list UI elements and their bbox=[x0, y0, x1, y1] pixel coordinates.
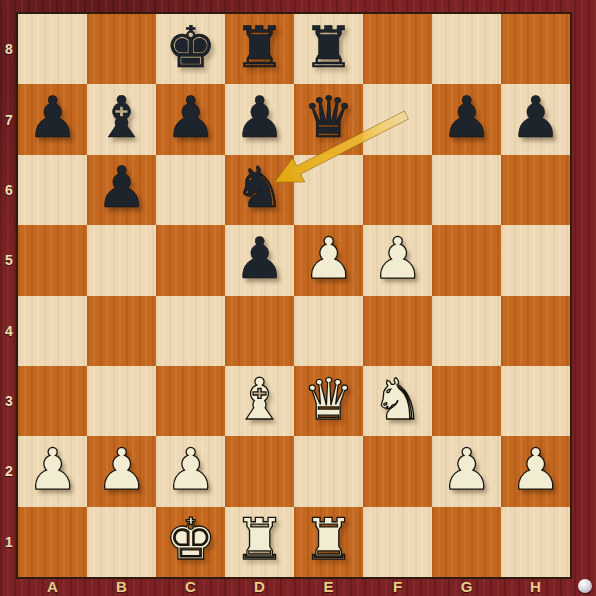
black-pawn[interactable]: ♟ bbox=[510, 89, 561, 146]
file-label-g: G bbox=[432, 577, 501, 596]
square-c4[interactable] bbox=[156, 296, 225, 366]
square-a2[interactable]: ♟ bbox=[18, 436, 87, 506]
square-g6[interactable] bbox=[432, 155, 501, 225]
square-g3[interactable] bbox=[432, 366, 501, 436]
white-pawn[interactable]: ♟ bbox=[165, 441, 216, 498]
square-b8[interactable] bbox=[87, 14, 156, 84]
square-f5[interactable]: ♟ bbox=[363, 225, 432, 295]
rank-label-3: 3 bbox=[0, 366, 18, 436]
black-bishop[interactable]: ♝ bbox=[96, 89, 147, 146]
square-a1[interactable] bbox=[18, 507, 87, 577]
square-f2[interactable] bbox=[363, 436, 432, 506]
square-c2[interactable]: ♟ bbox=[156, 436, 225, 506]
square-f8[interactable] bbox=[363, 14, 432, 84]
square-d1[interactable]: ♜ bbox=[225, 507, 294, 577]
square-c5[interactable] bbox=[156, 225, 225, 295]
square-e1[interactable]: ♜ bbox=[294, 507, 363, 577]
square-c7[interactable]: ♟ bbox=[156, 84, 225, 154]
white-bishop[interactable]: ♝ bbox=[234, 371, 285, 428]
square-e6[interactable] bbox=[294, 155, 363, 225]
square-d3[interactable]: ♝ bbox=[225, 366, 294, 436]
square-b6[interactable]: ♟ bbox=[87, 155, 156, 225]
rank-label-2: 2 bbox=[0, 436, 18, 506]
black-pawn[interactable]: ♟ bbox=[27, 89, 78, 146]
white-pawn[interactable]: ♟ bbox=[510, 441, 561, 498]
black-pawn[interactable]: ♟ bbox=[441, 89, 492, 146]
square-f7[interactable] bbox=[363, 84, 432, 154]
rank-label-8: 8 bbox=[0, 14, 18, 84]
square-g1[interactable] bbox=[432, 507, 501, 577]
black-rook[interactable]: ♜ bbox=[303, 19, 354, 76]
square-a8[interactable] bbox=[18, 14, 87, 84]
square-e7[interactable]: ♛ bbox=[294, 84, 363, 154]
file-label-b: B bbox=[87, 577, 156, 596]
square-f1[interactable] bbox=[363, 507, 432, 577]
square-h3[interactable] bbox=[501, 366, 570, 436]
square-c8[interactable]: ♚ bbox=[156, 14, 225, 84]
square-g8[interactable] bbox=[432, 14, 501, 84]
square-c3[interactable] bbox=[156, 366, 225, 436]
square-h1[interactable] bbox=[501, 507, 570, 577]
rank-labels: 87654321 bbox=[0, 14, 18, 577]
square-b5[interactable] bbox=[87, 225, 156, 295]
square-c1[interactable]: ♚ bbox=[156, 507, 225, 577]
square-d2[interactable] bbox=[225, 436, 294, 506]
file-label-c: C bbox=[156, 577, 225, 596]
square-a4[interactable] bbox=[18, 296, 87, 366]
square-c6[interactable] bbox=[156, 155, 225, 225]
square-g4[interactable] bbox=[432, 296, 501, 366]
square-a6[interactable] bbox=[18, 155, 87, 225]
square-a3[interactable] bbox=[18, 366, 87, 436]
square-h2[interactable]: ♟ bbox=[501, 436, 570, 506]
square-b3[interactable] bbox=[87, 366, 156, 436]
square-b4[interactable] bbox=[87, 296, 156, 366]
side-to-move-indicator bbox=[578, 579, 592, 593]
white-pawn[interactable]: ♟ bbox=[441, 441, 492, 498]
square-b7[interactable]: ♝ bbox=[87, 84, 156, 154]
file-label-e: E bbox=[294, 577, 363, 596]
file-label-h: H bbox=[501, 577, 570, 596]
white-pawn[interactable]: ♟ bbox=[303, 230, 354, 287]
square-h5[interactable] bbox=[501, 225, 570, 295]
square-g2[interactable]: ♟ bbox=[432, 436, 501, 506]
square-d6[interactable]: ♞ bbox=[225, 155, 294, 225]
square-e5[interactable]: ♟ bbox=[294, 225, 363, 295]
file-labels: ABCDEFGH bbox=[18, 577, 570, 596]
rank-label-7: 7 bbox=[0, 84, 18, 154]
chess-diagram: 87654321 ♚♜♜♟♝♟♟♛♟♟♟♞♟♟♟♝♛♞♟♟♟♟♟♚♜♜ ABCD… bbox=[0, 0, 596, 596]
black-knight[interactable]: ♞ bbox=[234, 159, 285, 216]
rank-label-5: 5 bbox=[0, 225, 18, 295]
square-e2[interactable] bbox=[294, 436, 363, 506]
square-d7[interactable]: ♟ bbox=[225, 84, 294, 154]
square-h7[interactable]: ♟ bbox=[501, 84, 570, 154]
square-d8[interactable]: ♜ bbox=[225, 14, 294, 84]
black-pawn[interactable]: ♟ bbox=[234, 230, 285, 287]
black-rook[interactable]: ♜ bbox=[234, 19, 285, 76]
square-h6[interactable] bbox=[501, 155, 570, 225]
rank-label-1: 1 bbox=[0, 507, 18, 577]
white-knight[interactable]: ♞ bbox=[372, 371, 423, 428]
black-pawn[interactable]: ♟ bbox=[96, 159, 147, 216]
square-b2[interactable]: ♟ bbox=[87, 436, 156, 506]
white-pawn[interactable]: ♟ bbox=[27, 441, 78, 498]
square-f6[interactable] bbox=[363, 155, 432, 225]
square-a7[interactable]: ♟ bbox=[18, 84, 87, 154]
file-label-f: F bbox=[363, 577, 432, 596]
square-f4[interactable] bbox=[363, 296, 432, 366]
black-pawn[interactable]: ♟ bbox=[165, 89, 216, 146]
square-b1[interactable] bbox=[87, 507, 156, 577]
square-a5[interactable] bbox=[18, 225, 87, 295]
square-h8[interactable] bbox=[501, 14, 570, 84]
black-king[interactable]: ♚ bbox=[165, 19, 216, 76]
square-d4[interactable] bbox=[225, 296, 294, 366]
rank-label-4: 4 bbox=[0, 296, 18, 366]
white-pawn[interactable]: ♟ bbox=[96, 441, 147, 498]
square-e4[interactable] bbox=[294, 296, 363, 366]
chess-board: ♚♜♜♟♝♟♟♛♟♟♟♞♟♟♟♝♛♞♟♟♟♟♟♚♜♜ bbox=[18, 14, 570, 577]
square-f3[interactable]: ♞ bbox=[363, 366, 432, 436]
white-king[interactable]: ♚ bbox=[165, 511, 216, 568]
black-queen[interactable]: ♛ bbox=[303, 89, 354, 146]
white-queen[interactable]: ♛ bbox=[303, 371, 354, 428]
square-g5[interactable] bbox=[432, 225, 501, 295]
square-h4[interactable] bbox=[501, 296, 570, 366]
rank-label-6: 6 bbox=[0, 155, 18, 225]
square-e8[interactable]: ♜ bbox=[294, 14, 363, 84]
black-pawn[interactable]: ♟ bbox=[234, 89, 285, 146]
white-rook[interactable]: ♜ bbox=[303, 511, 354, 568]
file-label-d: D bbox=[225, 577, 294, 596]
square-e3[interactable]: ♛ bbox=[294, 366, 363, 436]
white-rook[interactable]: ♜ bbox=[234, 511, 285, 568]
file-label-a: A bbox=[18, 577, 87, 596]
white-pawn[interactable]: ♟ bbox=[372, 230, 423, 287]
square-d5[interactable]: ♟ bbox=[225, 225, 294, 295]
square-g7[interactable]: ♟ bbox=[432, 84, 501, 154]
